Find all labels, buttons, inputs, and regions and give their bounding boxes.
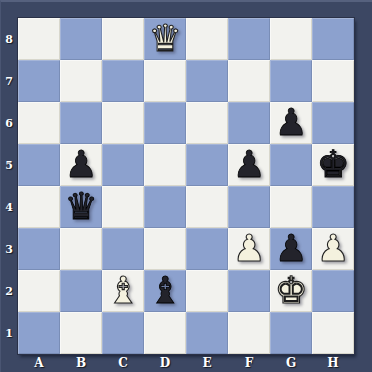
square-e2[interactable] [186, 270, 228, 312]
square-h8[interactable] [312, 18, 354, 60]
square-d6[interactable] [144, 102, 186, 144]
rank-label-2: 2 [0, 270, 18, 312]
square-e5[interactable] [186, 144, 228, 186]
square-f4[interactable] [228, 186, 270, 228]
square-c4[interactable] [102, 186, 144, 228]
square-g3[interactable]: ♟ [270, 228, 312, 270]
square-a6[interactable] [18, 102, 60, 144]
file-labels: ABCDEFGH [18, 354, 354, 372]
square-c2[interactable]: ♝ [102, 270, 144, 312]
square-a7[interactable] [18, 60, 60, 102]
square-a1[interactable] [18, 312, 60, 354]
black-pawn-g3[interactable]: ♟ [274, 228, 307, 270]
square-c1[interactable] [102, 312, 144, 354]
rank-label-3: 3 [0, 228, 18, 270]
square-a8[interactable] [18, 18, 60, 60]
square-e3[interactable] [186, 228, 228, 270]
file-label-d: D [144, 354, 186, 372]
square-h2[interactable] [312, 270, 354, 312]
square-c3[interactable] [102, 228, 144, 270]
square-g5[interactable] [270, 144, 312, 186]
square-d2[interactable]: ♝ [144, 270, 186, 312]
square-b7[interactable] [60, 60, 102, 102]
square-b3[interactable] [60, 228, 102, 270]
square-e6[interactable] [186, 102, 228, 144]
square-b2[interactable] [60, 270, 102, 312]
file-label-a: A [18, 354, 60, 372]
square-h7[interactable] [312, 60, 354, 102]
file-label-b: B [60, 354, 102, 372]
white-queen-d8[interactable]: ♛ [148, 18, 181, 60]
rank-label-5: 5 [0, 144, 18, 186]
white-king-g2[interactable]: ♚ [274, 270, 307, 312]
file-label-c: C [102, 354, 144, 372]
square-e1[interactable] [186, 312, 228, 354]
square-h6[interactable] [312, 102, 354, 144]
square-a2[interactable] [18, 270, 60, 312]
white-pawn-f3[interactable]: ♟ [232, 228, 265, 270]
black-bishop-d2[interactable]: ♝ [148, 270, 181, 312]
square-d5[interactable] [144, 144, 186, 186]
rank-labels: 87654321 [0, 18, 18, 354]
square-g6[interactable]: ♟ [270, 102, 312, 144]
square-g2[interactable]: ♚ [270, 270, 312, 312]
rank-label-7: 7 [0, 60, 18, 102]
black-pawn-g6[interactable]: ♟ [274, 102, 307, 144]
square-d7[interactable] [144, 60, 186, 102]
square-e8[interactable] [186, 18, 228, 60]
square-c6[interactable] [102, 102, 144, 144]
black-king-h5[interactable]: ♚ [316, 144, 349, 186]
square-d1[interactable] [144, 312, 186, 354]
square-f3[interactable]: ♟ [228, 228, 270, 270]
square-e7[interactable] [186, 60, 228, 102]
square-d3[interactable] [144, 228, 186, 270]
square-b6[interactable] [60, 102, 102, 144]
square-f7[interactable] [228, 60, 270, 102]
square-f2[interactable] [228, 270, 270, 312]
square-c8[interactable] [102, 18, 144, 60]
rank-label-8: 8 [0, 18, 18, 60]
square-d4[interactable] [144, 186, 186, 228]
square-h5[interactable]: ♚ [312, 144, 354, 186]
black-pawn-f5[interactable]: ♟ [232, 144, 265, 186]
square-b5[interactable]: ♟ [60, 144, 102, 186]
square-c7[interactable] [102, 60, 144, 102]
file-label-g: G [270, 354, 312, 372]
square-f8[interactable] [228, 18, 270, 60]
chess-diagram: 87654321 ♛♟♟♟♚♛♟♟♟♝♝♚ ABCDEFGH [0, 0, 372, 372]
square-g4[interactable] [270, 186, 312, 228]
white-bishop-c2[interactable]: ♝ [106, 270, 139, 312]
white-pawn-h3[interactable]: ♟ [316, 228, 349, 270]
square-f6[interactable] [228, 102, 270, 144]
square-h4[interactable] [312, 186, 354, 228]
file-label-h: H [312, 354, 354, 372]
square-a4[interactable] [18, 186, 60, 228]
rank-label-4: 4 [0, 186, 18, 228]
square-h1[interactable] [312, 312, 354, 354]
square-b8[interactable] [60, 18, 102, 60]
square-b1[interactable] [60, 312, 102, 354]
square-g7[interactable] [270, 60, 312, 102]
square-g8[interactable] [270, 18, 312, 60]
file-label-e: E [186, 354, 228, 372]
square-g1[interactable] [270, 312, 312, 354]
square-b4[interactable]: ♛ [60, 186, 102, 228]
square-h3[interactable]: ♟ [312, 228, 354, 270]
square-c5[interactable] [102, 144, 144, 186]
file-label-f: F [228, 354, 270, 372]
rank-label-1: 1 [0, 312, 18, 354]
square-f1[interactable] [228, 312, 270, 354]
square-d8[interactable]: ♛ [144, 18, 186, 60]
square-a5[interactable] [18, 144, 60, 186]
rank-label-6: 6 [0, 102, 18, 144]
black-queen-b4[interactable]: ♛ [64, 186, 97, 228]
square-f5[interactable]: ♟ [228, 144, 270, 186]
square-a3[interactable] [18, 228, 60, 270]
black-pawn-b5[interactable]: ♟ [64, 144, 97, 186]
square-e4[interactable] [186, 186, 228, 228]
chess-board[interactable]: ♛♟♟♟♚♛♟♟♟♝♝♚ [18, 18, 354, 354]
